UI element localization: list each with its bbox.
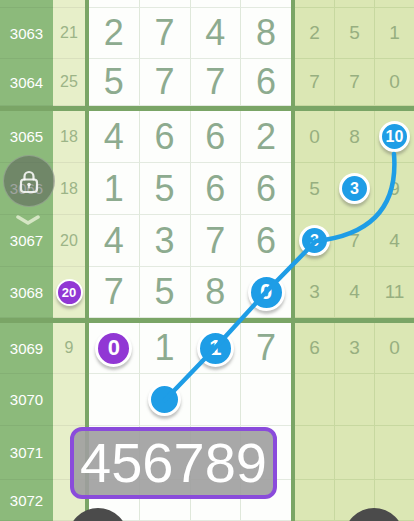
row-label: 3072 <box>0 480 53 521</box>
stat-cells <box>295 374 414 426</box>
stat-cells: 539 <box>295 163 414 215</box>
sum-cell: 9 <box>53 323 85 374</box>
digit-cells: 0117 <box>85 323 295 374</box>
digit-cell[interactable] <box>89 374 140 426</box>
stat-cell[interactable]: 8 <box>335 111 375 163</box>
stat-cell[interactable]: 3 <box>295 267 335 318</box>
sum-cell: 25 <box>53 59 85 106</box>
digit-cell[interactable]: 4 <box>89 215 140 267</box>
digit-cell[interactable]: 6 <box>191 111 242 163</box>
sum-cell: 18 <box>53 111 85 163</box>
stat-cell[interactable]: 5 <box>295 163 335 215</box>
grid-row-3069: 306990117630 <box>0 323 414 374</box>
digit-cell[interactable]: 5 <box>140 163 191 215</box>
trend-dot[interactable] <box>148 383 181 416</box>
digit-cells <box>85 0 295 8</box>
digit-cells: 2748 <box>85 8 295 59</box>
digit-cell[interactable]: 5 <box>89 59 140 106</box>
digit-cell[interactable]: 2 <box>89 8 140 59</box>
row-label: 3068 <box>0 267 53 318</box>
stat-cell[interactable] <box>295 480 335 521</box>
stat-cells: 251 <box>295 8 414 59</box>
number-input-overlay[interactable]: 456789 <box>70 427 277 499</box>
grid-row-3067: 3067204376374 <box>0 215 414 267</box>
digit-cell[interactable]: 2 <box>241 111 291 163</box>
row-label: 3071 <box>0 426 53 480</box>
digit-cell[interactable]: 6 <box>140 111 191 163</box>
stat-cell[interactable]: 7 <box>295 59 335 106</box>
digit-cell[interactable]: 7 <box>89 267 140 318</box>
stat-cell[interactable] <box>375 374 414 426</box>
grid-row-partial-top <box>0 0 414 8</box>
digit-cell[interactable]: 7 <box>140 59 191 106</box>
stat-cell[interactable] <box>375 426 414 480</box>
stat-cells: 374 <box>295 215 414 267</box>
sum-cell <box>53 374 85 426</box>
sum-cell: 21 <box>53 8 85 59</box>
stat-cell[interactable]: 3 <box>335 323 375 374</box>
lock-button[interactable] <box>3 155 55 207</box>
stat-cells: 630 <box>295 323 414 374</box>
stat-cell[interactable]: 0 <box>375 59 414 106</box>
stat-cell[interactable]: 11 <box>375 267 414 318</box>
digit-cell[interactable]: 1 <box>89 163 140 215</box>
stat-cell[interactable] <box>335 374 375 426</box>
stat-cells <box>295 426 414 480</box>
row-label: 3064 <box>0 59 53 106</box>
digit-cell[interactable]: 7 <box>140 8 191 59</box>
digit-cell[interactable]: 8 <box>241 8 291 59</box>
stat-cell[interactable]: 6 <box>295 323 335 374</box>
row-label: 3069 <box>0 323 53 374</box>
digit-cell[interactable]: 3 <box>140 215 191 267</box>
digit-cell[interactable]: 6 <box>241 163 291 215</box>
selected-number-circle-blue[interactable]: 3 <box>299 225 330 256</box>
stat-cells <box>295 0 414 8</box>
digit-cell[interactable]: 4 <box>191 8 242 59</box>
number-input-value: 456789 <box>80 435 267 491</box>
digit-cell[interactable]: 1 <box>191 323 242 374</box>
stat-cells: 0810 <box>295 111 414 163</box>
stat-cell[interactable]: 7 <box>335 59 375 106</box>
digit-cell[interactable] <box>140 374 191 426</box>
selected-number-circle-blue[interactable]: 3 <box>339 173 370 204</box>
stat-cell <box>295 0 335 8</box>
stat-cell[interactable]: 7 <box>335 215 375 267</box>
selected-number-circle-purple[interactable]: 0 <box>95 330 132 367</box>
stat-cell[interactable]: 5 <box>335 8 375 59</box>
stat-cell[interactable] <box>295 426 335 480</box>
sum-cell: 18 <box>53 163 85 215</box>
stat-cell[interactable]: 3 <box>335 163 375 215</box>
digit-cell[interactable]: 6 <box>241 215 291 267</box>
digit-cell[interactable]: 1 <box>140 323 191 374</box>
row-label: 3063 <box>0 8 53 59</box>
digit-cell[interactable]: 5 <box>140 267 191 318</box>
digit-cell <box>241 0 291 8</box>
digit-cell[interactable]: 7 <box>241 323 291 374</box>
sum-cell: 20 <box>53 215 85 267</box>
stat-cell[interactable] <box>295 374 335 426</box>
selected-number-circle-purple[interactable]: 20 <box>56 279 83 306</box>
digit-cell <box>89 0 140 8</box>
digit-cell <box>191 0 242 8</box>
stat-cell[interactable]: 4 <box>335 267 375 318</box>
stat-cell[interactable]: 2 <box>295 8 335 59</box>
grid-row-3063: 3063212748251 <box>0 8 414 59</box>
grid-row-3070: 3070 <box>0 374 414 426</box>
stat-cell <box>335 0 375 8</box>
grid-row-3068: 30682075803411 <box>0 267 414 318</box>
row-label <box>0 0 53 8</box>
stat-cell[interactable]: 4 <box>375 215 414 267</box>
digit-cell[interactable]: 8 <box>191 267 242 318</box>
trend-chart-screen: 3063212748251306425577677030651846620810… <box>0 0 414 521</box>
chevron-down-icon <box>15 215 41 225</box>
digit-cell[interactable]: 0 <box>241 267 291 318</box>
selected-number-circle-blue[interactable]: 1 <box>197 330 234 367</box>
grid-row-3064: 3064255776770 <box>0 59 414 106</box>
selected-number-circle-blue[interactable]: 0 <box>248 274 285 311</box>
stat-cells: 770 <box>295 59 414 106</box>
digit-cells: 4376 <box>85 215 295 267</box>
digit-cells: 5776 <box>85 59 295 106</box>
digit-cells: 4662 <box>85 111 295 163</box>
digit-cells: 7580 <box>85 267 295 318</box>
stat-cells: 3411 <box>295 267 414 318</box>
row-label: 3070 <box>0 374 53 426</box>
digit-cells: 1566 <box>85 163 295 215</box>
digit-cell[interactable] <box>241 374 291 426</box>
stat-cell[interactable]: 1 <box>375 8 414 59</box>
lock-icon <box>17 168 41 194</box>
digit-cells <box>85 374 295 426</box>
grid-row-3066: 3066181566539 <box>0 163 414 215</box>
digit-cell <box>140 0 191 8</box>
selected-number-circle-blue[interactable]: 10 <box>379 121 410 152</box>
digit-cell[interactable]: 7 <box>191 59 242 106</box>
stat-cell <box>375 0 414 8</box>
stat-cell[interactable]: 0 <box>375 323 414 374</box>
stat-cell[interactable]: 0 <box>295 111 335 163</box>
chevron-button[interactable] <box>15 215 41 225</box>
digit-cell[interactable]: 4 <box>89 111 140 163</box>
grid-row-3065: 30651846620810 <box>0 111 414 163</box>
stat-cell[interactable]: 3 <box>295 215 335 267</box>
digit-cell[interactable]: 6 <box>241 59 291 106</box>
digit-cell[interactable]: 7 <box>191 215 242 267</box>
digit-cell[interactable] <box>191 374 242 426</box>
sum-cell <box>53 0 85 8</box>
digit-cell[interactable]: 0 <box>89 323 140 374</box>
stat-cell[interactable] <box>335 426 375 480</box>
stat-cell[interactable]: 9 <box>375 163 414 215</box>
stat-cell[interactable]: 10 <box>375 111 414 163</box>
sum-cell: 20 <box>53 267 85 318</box>
digit-cell[interactable]: 6 <box>191 163 242 215</box>
